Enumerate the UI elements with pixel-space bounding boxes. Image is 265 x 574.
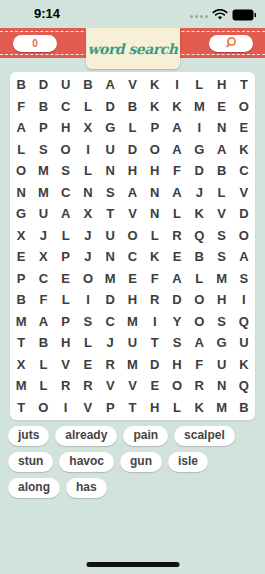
grid-cell[interactable]: B: [210, 160, 232, 182]
grid-cell[interactable]: Q: [233, 311, 255, 333]
grid-cell[interactable]: U: [233, 332, 255, 354]
word-pill: already: [55, 426, 117, 446]
grid-cell[interactable]: V: [233, 182, 255, 204]
grid-cell[interactable]: V: [121, 203, 143, 225]
grid-cell[interactable]: V: [77, 397, 99, 419]
grid-cell[interactable]: O: [10, 160, 32, 182]
grid-cell[interactable]: C: [99, 311, 121, 333]
grid-cell[interactable]: O: [188, 289, 210, 311]
grid-cell[interactable]: N: [99, 160, 121, 182]
grid-cell[interactable]: M: [99, 268, 121, 290]
grid-cell[interactable]: G: [10, 203, 32, 225]
word-pill: stun: [8, 452, 53, 472]
grid-cell[interactable]: N: [99, 246, 121, 268]
grid-cell[interactable]: E: [233, 117, 255, 139]
grid-cell[interactable]: D: [188, 160, 210, 182]
grid-cell[interactable]: K: [233, 139, 255, 161]
grid-cell[interactable]: P: [144, 117, 166, 139]
grid-cell[interactable]: J: [99, 332, 121, 354]
grid-cell[interactable]: H: [210, 289, 232, 311]
grid-cell[interactable]: J: [77, 225, 99, 247]
grid-cell[interactable]: B: [32, 96, 54, 118]
grid-cell[interactable]: S: [166, 332, 188, 354]
grid-cell[interactable]: L: [32, 354, 54, 376]
grid-cell[interactable]: I: [144, 311, 166, 333]
grid-cell[interactable]: M: [121, 354, 143, 376]
grid-cell[interactable]: H: [166, 354, 188, 376]
grid-cell[interactable]: O: [55, 139, 77, 161]
grid-cell[interactable]: V: [121, 74, 143, 96]
word-pill: havoc: [59, 452, 114, 472]
grid-cell[interactable]: L: [77, 96, 99, 118]
grid-cell[interactable]: B: [32, 332, 54, 354]
grid-cell[interactable]: O: [144, 139, 166, 161]
phone-screen: 9:14 0: [0, 0, 265, 574]
grid-cell[interactable]: E: [121, 268, 143, 290]
grid-cell[interactable]: D: [144, 354, 166, 376]
grid-cell[interactable]: L: [121, 117, 143, 139]
hints-button[interactable]: 0: [13, 35, 57, 52]
grid-cell[interactable]: T: [10, 397, 32, 419]
app-title: word search: [88, 41, 178, 57]
grid-cell[interactable]: L: [32, 375, 54, 397]
grid-cell[interactable]: L: [188, 74, 210, 96]
word-pill: has: [66, 478, 107, 498]
grid-cell[interactable]: A: [188, 332, 210, 354]
search-button[interactable]: [209, 35, 253, 52]
grid-cell[interactable]: S: [210, 311, 232, 333]
search-icon: [225, 35, 238, 53]
grid-cell[interactable]: S: [77, 311, 99, 333]
grid-cell[interactable]: K: [144, 74, 166, 96]
grid-cell[interactable]: K: [233, 354, 255, 376]
grid-cell[interactable]: U: [32, 203, 54, 225]
grid-cell[interactable]: E: [166, 246, 188, 268]
grid-cell[interactable]: S: [233, 268, 255, 290]
grid-cell[interactable]: V: [55, 354, 77, 376]
grid-cell[interactable]: L: [55, 225, 77, 247]
word-pill: isle: [168, 452, 208, 472]
grid-cell[interactable]: A: [121, 182, 143, 204]
grid-cell[interactable]: H: [121, 160, 143, 182]
grid-cell[interactable]: T: [121, 397, 143, 419]
letter-grid: BDUBAVKILHTFBCLDBKKMEOAPHXGLPAINELSOIUDO…: [10, 72, 255, 420]
grid-cell[interactable]: M: [10, 375, 32, 397]
grid-cell[interactable]: N: [144, 182, 166, 204]
grid-cell[interactable]: N: [210, 117, 232, 139]
grid-cell[interactable]: G: [99, 117, 121, 139]
grid-cell[interactable]: D: [99, 289, 121, 311]
grid-cell[interactable]: S: [32, 139, 54, 161]
grid-cell[interactable]: K: [188, 203, 210, 225]
grid-cell[interactable]: N: [144, 203, 166, 225]
status-bar: 9:14: [0, 0, 265, 26]
grid-cell[interactable]: I: [188, 117, 210, 139]
grid-cell[interactable]: G: [188, 139, 210, 161]
grid-cell[interactable]: I: [166, 74, 188, 96]
grid-cell[interactable]: E: [10, 246, 32, 268]
grid-cell[interactable]: M: [210, 397, 232, 419]
grid-cell[interactable]: B: [121, 96, 143, 118]
grid-cell[interactable]: A: [166, 139, 188, 161]
grid-cell[interactable]: L: [166, 203, 188, 225]
grid-cell[interactable]: P: [55, 246, 77, 268]
grid-cell[interactable]: M: [210, 268, 232, 290]
grid-cell[interactable]: J: [188, 182, 210, 204]
grid-cell[interactable]: C: [32, 268, 54, 290]
grid-cell[interactable]: F: [166, 160, 188, 182]
grid-cell[interactable]: X: [10, 225, 32, 247]
grid-cell[interactable]: P: [99, 397, 121, 419]
grid-cell[interactable]: I: [77, 139, 99, 161]
grid-cell[interactable]: A: [210, 139, 232, 161]
grid-cell[interactable]: C: [121, 246, 143, 268]
grid-cell[interactable]: R: [99, 354, 121, 376]
grid-cell[interactable]: H: [144, 397, 166, 419]
grid-cell[interactable]: R: [166, 225, 188, 247]
grid-cell[interactable]: R: [144, 289, 166, 311]
grid-cell[interactable]: A: [166, 182, 188, 204]
grid-cell[interactable]: F: [32, 289, 54, 311]
grid-cell[interactable]: T: [10, 332, 32, 354]
home-indicator[interactable]: [86, 562, 179, 567]
word-pill: juts: [8, 426, 49, 446]
grid-cell[interactable]: A: [166, 117, 188, 139]
grid-cell[interactable]: H: [144, 160, 166, 182]
grid-cell[interactable]: O: [121, 225, 143, 247]
grid-cell[interactable]: D: [99, 96, 121, 118]
grid-cell[interactable]: T: [233, 74, 255, 96]
grid-cell[interactable]: U: [99, 139, 121, 161]
grid-cell[interactable]: Q: [188, 225, 210, 247]
grid-cell[interactable]: R: [188, 375, 210, 397]
grid-cell[interactable]: N: [10, 182, 32, 204]
grid-cell[interactable]: M: [121, 311, 143, 333]
grid-cell[interactable]: J: [77, 246, 99, 268]
word-pill: scalpel: [174, 426, 235, 446]
grid-cell[interactable]: G: [210, 332, 232, 354]
cellular-signal-icon: [190, 15, 208, 18]
grid-cell[interactable]: L: [10, 139, 32, 161]
grid-cell[interactable]: K: [166, 96, 188, 118]
grid-cell[interactable]: P: [32, 117, 54, 139]
grid-cell[interactable]: N: [77, 182, 99, 204]
grid-cell[interactable]: O: [233, 96, 255, 118]
grid-cell[interactable]: M: [32, 160, 54, 182]
grid-cell[interactable]: U: [99, 225, 121, 247]
grid-cell[interactable]: K: [144, 96, 166, 118]
grid-cell[interactable]: B: [10, 289, 32, 311]
grid-cell[interactable]: A: [233, 246, 255, 268]
grid-cell[interactable]: N: [210, 375, 232, 397]
grid-cell[interactable]: V: [99, 375, 121, 397]
grid-cell[interactable]: B: [77, 74, 99, 96]
grid-cell[interactable]: L: [188, 268, 210, 290]
grid-cell[interactable]: R: [55, 375, 77, 397]
grid-cell[interactable]: S: [210, 225, 232, 247]
hints-count-label: 0: [32, 39, 38, 49]
grid-cell[interactable]: X: [77, 203, 99, 225]
grid-cell[interactable]: E: [210, 96, 232, 118]
grid-cell[interactable]: C: [55, 182, 77, 204]
grid-cell[interactable]: B: [188, 246, 210, 268]
grid-cell[interactable]: T: [99, 203, 121, 225]
grid-cell[interactable]: X: [10, 354, 32, 376]
word-pill: gun: [120, 452, 162, 472]
grid-cell[interactable]: H: [55, 332, 77, 354]
grid-cell[interactable]: O: [188, 311, 210, 333]
word-pill: pain: [123, 426, 168, 446]
grid-cell[interactable]: C: [233, 160, 255, 182]
grid-cell[interactable]: K: [188, 397, 210, 419]
grid-cell[interactable]: S: [99, 182, 121, 204]
grid-cell[interactable]: A: [99, 74, 121, 96]
grid-cell[interactable]: H: [210, 74, 232, 96]
grid-cell[interactable]: A: [32, 311, 54, 333]
grid-cell[interactable]: X: [77, 117, 99, 139]
grid-cell[interactable]: D: [166, 289, 188, 311]
grid-cell[interactable]: A: [55, 203, 77, 225]
grid-cell[interactable]: V: [210, 203, 232, 225]
grid-cell[interactable]: L: [144, 225, 166, 247]
grid-cell[interactable]: K: [144, 246, 166, 268]
clock: 9:14: [34, 6, 60, 21]
grid-cell[interactable]: U: [55, 74, 77, 96]
app-title-label: word search: [86, 28, 180, 69]
grid-cell[interactable]: L: [166, 397, 188, 419]
grid-cell[interactable]: E: [55, 268, 77, 290]
grid-cell[interactable]: S: [55, 160, 77, 182]
grid-cell[interactable]: S: [210, 246, 232, 268]
grid-cell[interactable]: D: [121, 139, 143, 161]
grid-cell[interactable]: A: [10, 117, 32, 139]
grid-cell[interactable]: L: [210, 182, 232, 204]
grid-cell[interactable]: D: [32, 74, 54, 96]
grid-cell[interactable]: U: [121, 332, 143, 354]
grid-cell[interactable]: O: [166, 375, 188, 397]
grid-cell[interactable]: T: [144, 332, 166, 354]
grid-cell[interactable]: E: [144, 375, 166, 397]
grid-cell[interactable]: H: [55, 117, 77, 139]
grid-cell[interactable]: L: [55, 289, 77, 311]
grid-cell[interactable]: I: [77, 289, 99, 311]
grid-cell[interactable]: U: [210, 354, 232, 376]
grid-cell[interactable]: I: [233, 289, 255, 311]
grid-cell[interactable]: V: [121, 375, 143, 397]
grid-cell[interactable]: F: [10, 96, 32, 118]
grid-cell[interactable]: R: [77, 375, 99, 397]
battery-icon: [232, 7, 256, 25]
grid-cell[interactable]: D: [233, 203, 255, 225]
grid-cell[interactable]: B: [10, 74, 32, 96]
word-list: jutsalreadypainscalpelstunhavocgunisleal…: [8, 426, 258, 498]
grid-cell[interactable]: L: [77, 160, 99, 182]
grid-cell[interactable]: P: [10, 268, 32, 290]
grid-cell[interactable]: X: [32, 246, 54, 268]
grid-cell[interactable]: E: [77, 354, 99, 376]
grid-cell[interactable]: F: [188, 354, 210, 376]
grid-cell[interactable]: Q: [233, 375, 255, 397]
grid-cell[interactable]: M: [188, 96, 210, 118]
grid-cell[interactable]: I: [55, 397, 77, 419]
grid-cell[interactable]: Y: [166, 311, 188, 333]
grid-cell[interactable]: M: [32, 182, 54, 204]
wifi-icon: [212, 7, 228, 25]
grid-cell[interactable]: C: [55, 96, 77, 118]
grid-cell[interactable]: F: [144, 268, 166, 290]
grid-cell[interactable]: B: [233, 397, 255, 419]
grid-cell[interactable]: H: [121, 289, 143, 311]
grid-cell[interactable]: O: [77, 268, 99, 290]
grid-cell[interactable]: A: [166, 268, 188, 290]
grid-cell[interactable]: P: [55, 311, 77, 333]
grid-cell[interactable]: L: [77, 332, 99, 354]
grid-cell[interactable]: O: [32, 397, 54, 419]
grid-cell[interactable]: J: [32, 225, 54, 247]
grid-cell[interactable]: O: [233, 225, 255, 247]
grid-cell[interactable]: M: [10, 311, 32, 333]
word-pill: along: [8, 478, 60, 498]
